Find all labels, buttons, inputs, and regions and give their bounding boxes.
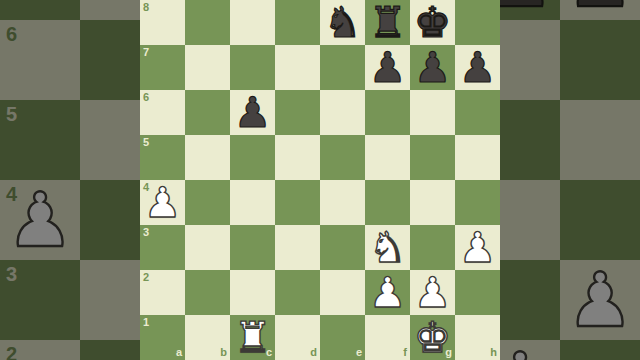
square-f1[interactable]: f <box>365 315 410 360</box>
white-pawn-a4[interactable]: ♟ <box>144 182 182 224</box>
square-d8[interactable] <box>275 0 320 45</box>
black-pawn-g7[interactable]: ♟ <box>414 47 452 89</box>
square-d1[interactable]: d <box>275 315 320 360</box>
square-b8[interactable] <box>185 0 230 45</box>
square-h7[interactable]: ♟ <box>455 45 500 90</box>
square-d5[interactable] <box>275 135 320 180</box>
square-g1[interactable]: g♚ <box>410 315 455 360</box>
square-h6[interactable] <box>455 90 500 135</box>
square-h5[interactable] <box>455 135 500 180</box>
square-d3[interactable] <box>275 225 320 270</box>
black-pawn-c6[interactable]: ♟ <box>234 92 272 134</box>
square-f2[interactable]: ♟ <box>365 270 410 315</box>
white-king-g1[interactable]: ♚ <box>414 317 452 359</box>
file-label-a: a <box>176 347 182 358</box>
square-d4[interactable] <box>275 180 320 225</box>
square-d6[interactable] <box>275 90 320 135</box>
square-c1[interactable]: c♜ <box>230 315 275 360</box>
square-g5[interactable] <box>410 135 455 180</box>
file-label-c: c <box>266 347 272 358</box>
square-e6[interactable] <box>320 90 365 135</box>
rank-label-7: 7 <box>143 47 149 58</box>
square-f6[interactable] <box>365 90 410 135</box>
square-d2[interactable] <box>275 270 320 315</box>
square-g2[interactable]: ♟ <box>410 270 455 315</box>
square-f5[interactable] <box>365 135 410 180</box>
square-h8[interactable] <box>455 0 500 45</box>
square-g3[interactable] <box>410 225 455 270</box>
file-label-b: b <box>220 347 227 358</box>
square-e8[interactable]: ♞ <box>320 0 365 45</box>
rank-label-8: 8 <box>143 2 149 13</box>
chess-board[interactable]: 8♞♜♚7♟♟♟6♟54♟3♞♟2♟♟1abc♜defg♚h <box>140 0 500 360</box>
square-a3[interactable]: 3 <box>140 225 185 270</box>
rank-label-6: 6 <box>143 92 149 103</box>
square-c7[interactable] <box>230 45 275 90</box>
square-a6[interactable]: 6 <box>140 90 185 135</box>
square-b3[interactable] <box>185 225 230 270</box>
square-h3[interactable]: ♟ <box>455 225 500 270</box>
rank-label-3: 3 <box>143 227 149 238</box>
square-c4[interactable] <box>230 180 275 225</box>
video-frame: 8♞♜♚7♟♟♟6♟54♟3♞♟2♟♟1abc♜defg♚h 8♞♜♚7♟♟♟6… <box>0 0 640 360</box>
square-a1[interactable]: 1a <box>140 315 185 360</box>
square-f8[interactable]: ♜ <box>365 0 410 45</box>
square-g8[interactable]: ♚ <box>410 0 455 45</box>
white-pawn-g2[interactable]: ♟ <box>414 272 452 314</box>
white-pawn-h3[interactable]: ♟ <box>459 227 497 269</box>
rank-label-2: 2 <box>143 272 149 283</box>
square-c6[interactable]: ♟ <box>230 90 275 135</box>
black-pawn-f7[interactable]: ♟ <box>369 47 407 89</box>
rank-label-5: 5 <box>143 137 149 148</box>
square-g7[interactable]: ♟ <box>410 45 455 90</box>
square-h1[interactable]: h <box>455 315 500 360</box>
black-rook-f8[interactable]: ♜ <box>369 2 407 44</box>
square-e2[interactable] <box>320 270 365 315</box>
square-b6[interactable] <box>185 90 230 135</box>
square-e7[interactable] <box>320 45 365 90</box>
black-king-g8[interactable]: ♚ <box>414 2 452 44</box>
square-g4[interactable] <box>410 180 455 225</box>
square-e1[interactable]: e <box>320 315 365 360</box>
square-c2[interactable] <box>230 270 275 315</box>
square-c8[interactable] <box>230 0 275 45</box>
square-h4[interactable] <box>455 180 500 225</box>
square-a8[interactable]: 8 <box>140 0 185 45</box>
file-label-e: e <box>356 347 362 358</box>
square-a4[interactable]: 4♟ <box>140 180 185 225</box>
square-f3[interactable]: ♞ <box>365 225 410 270</box>
black-knight-e8[interactable]: ♞ <box>324 2 362 44</box>
square-b2[interactable] <box>185 270 230 315</box>
square-b7[interactable] <box>185 45 230 90</box>
square-f7[interactable]: ♟ <box>365 45 410 90</box>
square-b4[interactable] <box>185 180 230 225</box>
file-label-g: g <box>445 347 452 358</box>
white-rook-c1[interactable]: ♜ <box>234 317 272 359</box>
square-e5[interactable] <box>320 135 365 180</box>
rank-label-4: 4 <box>143 182 149 193</box>
square-g6[interactable] <box>410 90 455 135</box>
black-pawn-h7[interactable]: ♟ <box>459 47 497 89</box>
square-e3[interactable] <box>320 225 365 270</box>
rank-label-1: 1 <box>143 317 149 328</box>
file-label-h: h <box>490 347 497 358</box>
square-b5[interactable] <box>185 135 230 180</box>
white-knight-f3[interactable]: ♞ <box>369 227 407 269</box>
square-b1[interactable]: b <box>185 315 230 360</box>
square-f4[interactable] <box>365 180 410 225</box>
square-a2[interactable]: 2 <box>140 270 185 315</box>
square-c3[interactable] <box>230 225 275 270</box>
square-e4[interactable] <box>320 180 365 225</box>
square-c5[interactable] <box>230 135 275 180</box>
white-pawn-f2[interactable]: ♟ <box>369 272 407 314</box>
square-a5[interactable]: 5 <box>140 135 185 180</box>
file-label-d: d <box>310 347 317 358</box>
square-d7[interactable] <box>275 45 320 90</box>
square-a7[interactable]: 7 <box>140 45 185 90</box>
square-h2[interactable] <box>455 270 500 315</box>
file-label-f: f <box>403 347 407 358</box>
